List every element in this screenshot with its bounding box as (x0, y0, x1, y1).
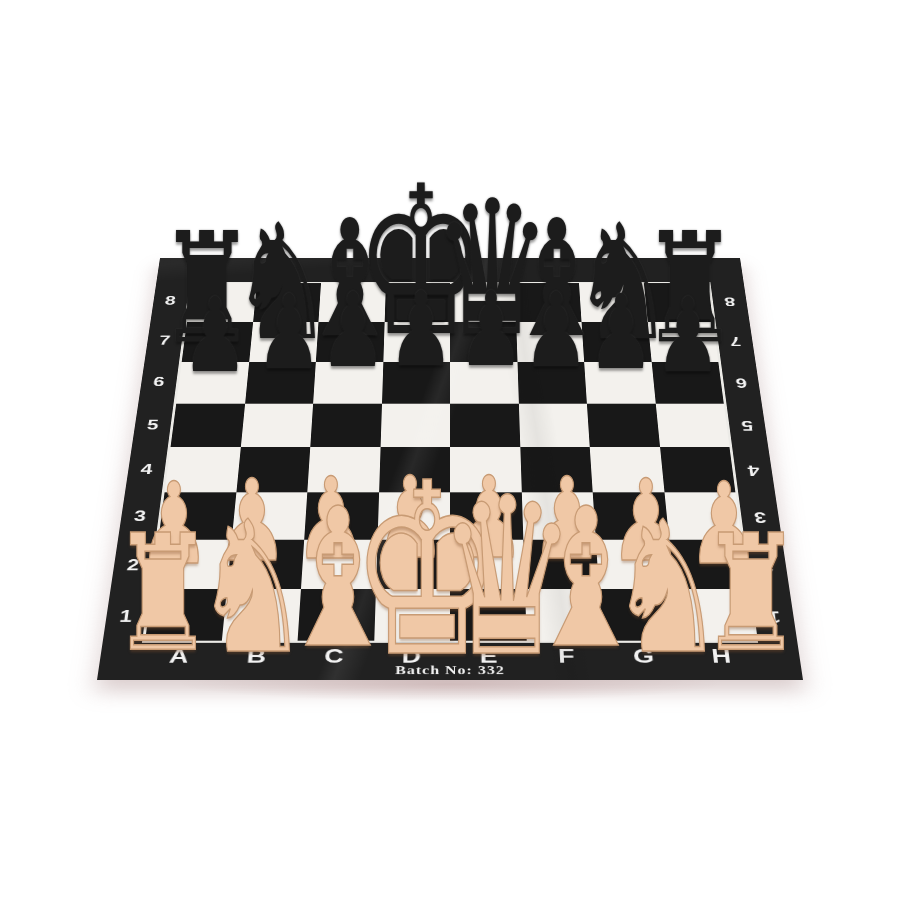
piece-white-knight-g1[interactable]: ♞ (608, 497, 725, 679)
piece-white-knight-b1[interactable]: ♞ (193, 497, 310, 679)
rank-label-right-5: 5 (726, 403, 768, 447)
piece-black-pawn-e7[interactable]: ♟ (458, 278, 524, 381)
piece-black-pawn-d7[interactable]: ♟ (388, 278, 454, 381)
square-b5[interactable] (240, 404, 313, 447)
rank-label-left-5: 5 (132, 403, 174, 447)
piece-black-pawn-c7[interactable]: ♟ (320, 279, 386, 382)
piece-black-pawn-b7[interactable]: ♟ (256, 281, 322, 384)
chess-set-photo: 87654321 87654321 ABCDEFGH Batch No: 332… (0, 0, 900, 900)
piece-black-pawn-h7[interactable]: ♟ (655, 284, 721, 387)
piece-black-pawn-a7[interactable]: ♟ (182, 284, 248, 387)
piece-black-pawn-f7[interactable]: ♟ (523, 279, 589, 382)
square-a5[interactable] (171, 404, 245, 447)
square-h5[interactable] (655, 404, 729, 447)
piece-white-queen-e1[interactable]: ♛ (437, 469, 578, 687)
piece-black-pawn-g7[interactable]: ♟ (588, 281, 654, 384)
square-f5[interactable] (518, 404, 589, 447)
square-g5[interactable] (587, 404, 660, 447)
